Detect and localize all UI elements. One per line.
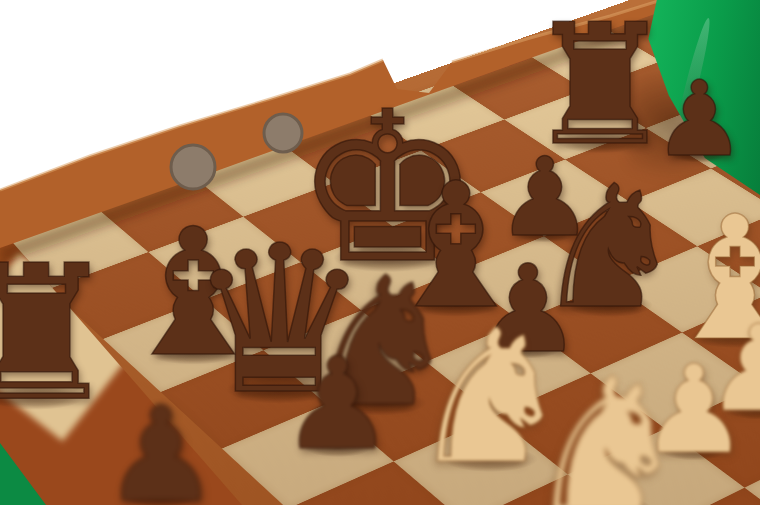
chess-piece-dark-pawn[interactable]: ♟ (281, 341, 395, 468)
chess-piece-light-knight[interactable]: ♞ (523, 354, 689, 505)
photo-scene: ♜♜♝♚♟♟♛♝♟♞♟♞♟♞♞♟♟♝ (0, 0, 760, 505)
chess-piece-dark-pawn[interactable]: ♟ (102, 388, 219, 505)
